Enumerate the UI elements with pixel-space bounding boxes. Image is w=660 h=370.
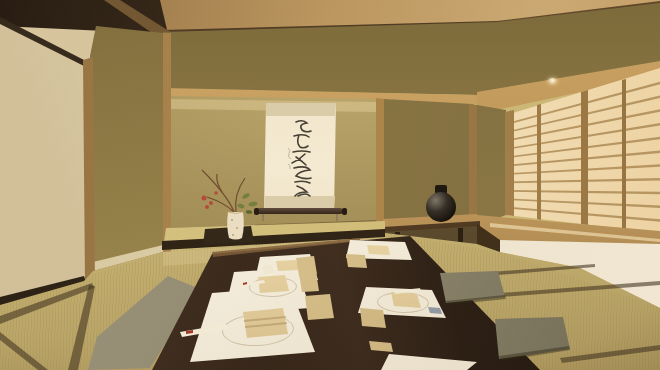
ikebana-arrangement: ikebana arrangement with bare branches, … bbox=[180, 158, 280, 248]
black-vase bbox=[426, 192, 456, 222]
photo-tatami-dining-room: ikebana arrangement with bare branches, … bbox=[0, 0, 660, 370]
